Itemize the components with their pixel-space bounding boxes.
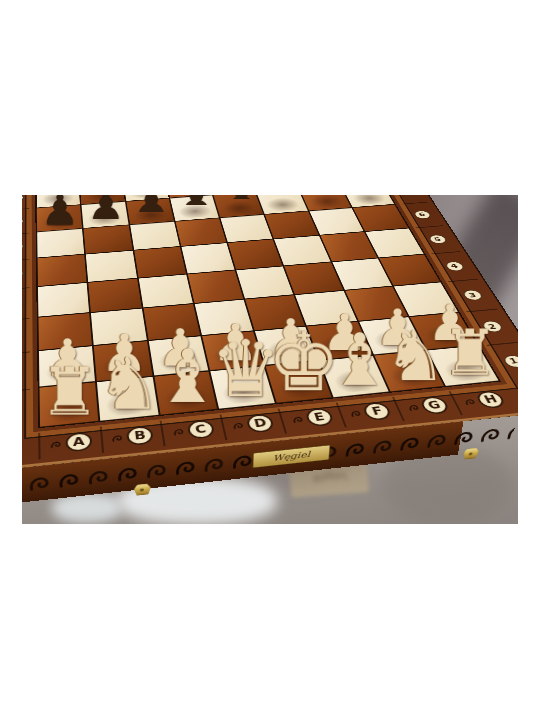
square-a7: ♟ (37, 205, 82, 232)
rank-label-4: 4 (22, 298, 23, 310)
black-pawn: ♟ (178, 195, 215, 217)
chess-box: ♜♞♝♛♚♝♞♜♟♟♟♟♟♟♟♟♟♟♟♟♟♟♟♟♜♞♝♛♚♝♞♜ ABCDEFG… (22, 195, 518, 472)
file-label-b: B (126, 426, 154, 446)
file-label-a: A (65, 432, 92, 453)
square-d6 (175, 218, 226, 246)
square-c4 (138, 274, 192, 307)
square-b6 (84, 225, 132, 253)
page: Węgiel ♜♞♝♛♚♝♞♜♟♟♟♟♟♟♟♟♟♟♟♟♟♟♟♟♜♞♝♛♚♝♞♜ … (0, 0, 540, 720)
file-label-c: C (186, 419, 215, 439)
file-label-h: H (474, 390, 507, 409)
square-a6 (37, 229, 84, 258)
flourish-icon (406, 403, 421, 411)
rank-label-7: 7 (398, 195, 417, 196)
flourish-icon (290, 415, 305, 424)
black-pawn: ♟ (311, 195, 348, 207)
square-d5 (181, 243, 234, 273)
carved-spiral-icon (343, 440, 367, 458)
square-d7: ♟ (170, 195, 219, 221)
square-g6 (309, 208, 363, 235)
carved-spiral-icon (86, 468, 111, 487)
rank-label-8: 8 (22, 195, 23, 203)
rank-label-slot: 3 (22, 318, 30, 355)
carved-spiral-icon (398, 434, 423, 452)
rank-label-slot: 5 (22, 259, 30, 290)
rank-label-slot: 7 (22, 208, 30, 234)
square-c6 (130, 222, 180, 250)
chess-set-photo: Węgiel ♜♞♝♛♚♝♞♜♟♟♟♟♟♟♟♟♟♟♟♟♟♟♟♟♜♞♝♛♚♝♞♜ … (22, 195, 518, 524)
square-e6 (221, 215, 273, 242)
file-label-d: D (246, 413, 276, 433)
rank-label-4: 4 (443, 261, 465, 272)
file-label-slot: G (392, 391, 461, 421)
rank-label-7: 7 (22, 217, 23, 226)
rank-label-1: 1 (501, 354, 518, 368)
carved-spiral-icon (145, 461, 170, 480)
carved-spiral-icon (56, 471, 82, 490)
scene: ♜♞♝♛♚♝♞♜♟♟♟♟♟♟♟♟♟♟♟♟♟♟♟♟♜♞♝♛♚♝♞♜ ABCDEFG… (22, 195, 518, 524)
white-rook: ♜ (442, 326, 499, 380)
square-f5 (274, 236, 330, 265)
square-e7: ♟ (213, 195, 263, 218)
rank-label-6: 6 (412, 210, 432, 219)
square-e4 (236, 266, 293, 298)
flourish-icon (231, 421, 245, 430)
carved-spiral-icon (371, 437, 395, 455)
flourish-icon (462, 398, 478, 406)
carved-spiral-icon (203, 455, 227, 474)
square-c5 (134, 247, 186, 277)
square-b5 (86, 251, 137, 282)
square-b1: ♞ (97, 377, 158, 421)
carved-spiral-icon (425, 432, 450, 450)
white-bishop: ♝ (155, 346, 221, 408)
white-knight: ♞ (384, 327, 446, 386)
black-pawn: ♟ (354, 195, 390, 204)
square-a1: ♜ (40, 382, 99, 426)
rank-label-slot: 4 (22, 287, 30, 321)
square-b7: ♟ (82, 202, 129, 228)
file-label-f: F (362, 402, 393, 421)
carved-spiral-icon (452, 429, 477, 447)
square-b4 (88, 278, 141, 311)
file-label-e: E (304, 407, 335, 427)
white-knight: ♞ (97, 353, 161, 414)
black-pawn: ♟ (41, 195, 79, 228)
rank-label-slot: 1 (22, 388, 30, 432)
rank-label-slot: 6 (22, 232, 30, 261)
flourish-icon (49, 440, 62, 449)
square-c7: ♟ (126, 199, 174, 225)
carved-spiral-icon (26, 474, 52, 493)
carved-spiral-icon (174, 458, 198, 477)
square-d4 (188, 270, 244, 303)
file-label-g: G (418, 396, 450, 415)
flourish-icon (349, 409, 364, 417)
black-pawn: ♟ (267, 195, 304, 211)
white-queen: ♛ (211, 336, 281, 403)
rank-label-6: 6 (22, 242, 23, 252)
square-c1: ♝ (154, 371, 217, 414)
carved-spiral-icon (116, 465, 141, 484)
file-label-slot: B (99, 421, 163, 453)
square-e5 (228, 240, 282, 270)
rank-labels-left: 87654321 (22, 195, 30, 433)
carved-spiral-icon (478, 426, 503, 444)
rank-label-5: 5 (22, 269, 23, 280)
rank-label-5: 5 (427, 235, 448, 245)
carved-spiral-icon (231, 452, 255, 471)
file-label-slot: F (335, 397, 403, 428)
flourish-icon (111, 433, 125, 442)
black-pawn: ♟ (87, 195, 125, 224)
carved-spiral-icon (505, 423, 518, 441)
black-pawn: ♟ (223, 195, 260, 214)
white-rook: ♜ (39, 364, 99, 420)
carved-spiral-icon (22, 477, 23, 496)
square-a4 (38, 283, 89, 317)
black-pawn: ♟ (133, 195, 170, 221)
flourish-icon (172, 427, 186, 436)
